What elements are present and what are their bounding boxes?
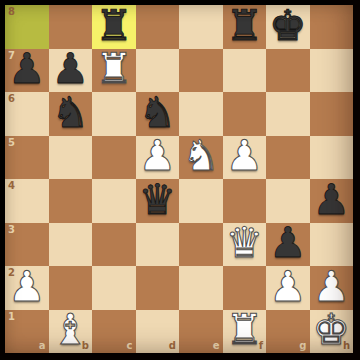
square-f4[interactable] — [223, 179, 267, 223]
square-f2[interactable] — [223, 266, 267, 310]
square-g1[interactable]: g — [266, 310, 310, 354]
rank-label-6: 6 — [8, 94, 15, 104]
square-a3[interactable]: 3 — [5, 223, 49, 267]
piece-white-knight-e5[interactable]: ♞ — [182, 135, 220, 177]
square-c1[interactable]: c — [92, 310, 136, 354]
square-a4[interactable]: 4 — [5, 179, 49, 223]
square-f5[interactable]: ♟ — [223, 136, 267, 180]
piece-white-pawn-f5[interactable]: ♟ — [225, 135, 263, 177]
square-a6[interactable]: 6 — [5, 92, 49, 136]
square-b4[interactable] — [49, 179, 93, 223]
piece-white-bishop-b1[interactable]: ♝ — [51, 309, 89, 351]
file-label-e: e — [213, 341, 220, 351]
piece-black-pawn-a7[interactable]: ♟ — [8, 48, 46, 90]
piece-white-pawn-d5[interactable]: ♟ — [138, 135, 176, 177]
square-e2[interactable] — [179, 266, 223, 310]
square-h2[interactable]: ♟ — [310, 266, 354, 310]
square-d2[interactable] — [136, 266, 180, 310]
square-h4[interactable]: ♟ — [310, 179, 354, 223]
rank-label-4: 4 — [8, 181, 15, 191]
piece-white-rook-f1[interactable]: ♜ — [225, 309, 263, 351]
piece-white-king-h1[interactable]: ♚ — [312, 309, 350, 351]
square-a5[interactable]: 5 — [5, 136, 49, 180]
square-a2[interactable]: 2♟ — [5, 266, 49, 310]
piece-white-queen-f3[interactable]: ♛ — [225, 222, 263, 264]
square-e5[interactable]: ♞ — [179, 136, 223, 180]
square-c4[interactable] — [92, 179, 136, 223]
file-label-d: d — [169, 341, 176, 351]
piece-black-king-g8[interactable]: ♚ — [269, 5, 307, 47]
square-e8[interactable] — [179, 5, 223, 49]
square-f6[interactable] — [223, 92, 267, 136]
chess-board: 8♜♜♚7♟♟♜6♞♞5♟♞♟4♛♟3♛♟2♟♟♟1ab♝cdef♜gh♚ — [5, 5, 353, 353]
square-a7[interactable]: 7♟ — [5, 49, 49, 93]
file-label-c: c — [127, 341, 133, 351]
square-c8[interactable]: ♜ — [92, 5, 136, 49]
square-c2[interactable] — [92, 266, 136, 310]
piece-black-knight-d6[interactable]: ♞ — [138, 92, 176, 134]
square-e6[interactable] — [179, 92, 223, 136]
square-e1[interactable]: e — [179, 310, 223, 354]
square-c3[interactable] — [92, 223, 136, 267]
square-h8[interactable] — [310, 5, 354, 49]
square-g3[interactable]: ♟ — [266, 223, 310, 267]
square-d4[interactable]: ♛ — [136, 179, 180, 223]
file-label-a: a — [39, 341, 46, 351]
piece-black-pawn-h4[interactable]: ♟ — [312, 179, 350, 221]
piece-white-pawn-h2[interactable]: ♟ — [312, 266, 350, 308]
piece-black-queen-d4[interactable]: ♛ — [138, 179, 176, 221]
square-b8[interactable] — [49, 5, 93, 49]
square-g4[interactable] — [266, 179, 310, 223]
square-b5[interactable] — [49, 136, 93, 180]
piece-black-rook-f8[interactable]: ♜ — [225, 5, 263, 47]
square-h5[interactable] — [310, 136, 354, 180]
square-d6[interactable]: ♞ — [136, 92, 180, 136]
square-g8[interactable]: ♚ — [266, 5, 310, 49]
square-f3[interactable]: ♛ — [223, 223, 267, 267]
piece-black-pawn-b7[interactable]: ♟ — [51, 48, 89, 90]
square-e7[interactable] — [179, 49, 223, 93]
piece-white-pawn-a2[interactable]: ♟ — [8, 266, 46, 308]
square-g2[interactable]: ♟ — [266, 266, 310, 310]
square-f7[interactable] — [223, 49, 267, 93]
square-b6[interactable]: ♞ — [49, 92, 93, 136]
square-b1[interactable]: b♝ — [49, 310, 93, 354]
square-d1[interactable]: d — [136, 310, 180, 354]
rank-label-8: 8 — [8, 7, 15, 17]
square-d7[interactable] — [136, 49, 180, 93]
square-h6[interactable] — [310, 92, 354, 136]
square-f8[interactable]: ♜ — [223, 5, 267, 49]
square-d3[interactable] — [136, 223, 180, 267]
file-label-g: g — [299, 341, 306, 351]
piece-white-rook-c7[interactable]: ♜ — [95, 48, 133, 90]
square-g6[interactable] — [266, 92, 310, 136]
rank-label-1: 1 — [8, 312, 15, 322]
square-h3[interactable] — [310, 223, 354, 267]
square-b3[interactable] — [49, 223, 93, 267]
square-g5[interactable] — [266, 136, 310, 180]
square-h7[interactable] — [310, 49, 354, 93]
square-a8[interactable]: 8 — [5, 5, 49, 49]
square-c6[interactable] — [92, 92, 136, 136]
piece-white-pawn-g2[interactable]: ♟ — [269, 266, 307, 308]
square-b2[interactable] — [49, 266, 93, 310]
piece-black-knight-b6[interactable]: ♞ — [51, 92, 89, 134]
square-f1[interactable]: f♜ — [223, 310, 267, 354]
square-c7[interactable]: ♜ — [92, 49, 136, 93]
square-e3[interactable] — [179, 223, 223, 267]
rank-label-5: 5 — [8, 138, 15, 148]
square-e4[interactable] — [179, 179, 223, 223]
square-d8[interactable] — [136, 5, 180, 49]
square-g7[interactable] — [266, 49, 310, 93]
piece-black-pawn-g3[interactable]: ♟ — [269, 222, 307, 264]
square-h1[interactable]: h♚ — [310, 310, 354, 354]
square-c5[interactable] — [92, 136, 136, 180]
square-a1[interactable]: 1a — [5, 310, 49, 354]
piece-black-rook-c8[interactable]: ♜ — [95, 5, 133, 47]
square-d5[interactable]: ♟ — [136, 136, 180, 180]
rank-label-3: 3 — [8, 225, 15, 235]
square-b7[interactable]: ♟ — [49, 49, 93, 93]
